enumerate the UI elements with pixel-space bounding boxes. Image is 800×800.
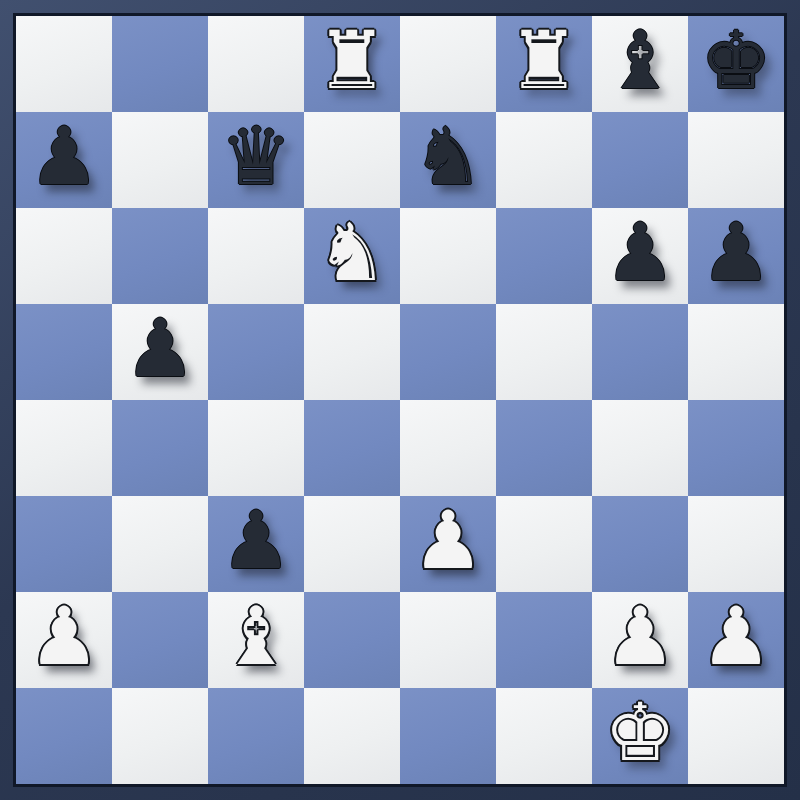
piece-white-pawn[interactable]: ♟ [688,592,784,688]
square-a8[interactable] [16,16,112,112]
square-c5[interactable] [208,304,304,400]
square-e3[interactable]: ♟ [400,496,496,592]
square-f6[interactable] [496,208,592,304]
square-c8[interactable] [208,16,304,112]
square-a3[interactable] [16,496,112,592]
square-b3[interactable] [112,496,208,592]
square-b8[interactable] [112,16,208,112]
piece-white-pawn[interactable]: ♟ [16,592,112,688]
square-g5[interactable] [592,304,688,400]
square-f1[interactable] [496,688,592,784]
square-d3[interactable] [304,496,400,592]
square-c6[interactable] [208,208,304,304]
square-h6[interactable]: ♟ [688,208,784,304]
square-b6[interactable] [112,208,208,304]
square-d5[interactable] [304,304,400,400]
board-frame: ♜♜♝♚♟♛♞♞♟♟♟♟♟♟♝♟♟♚ [0,0,800,800]
piece-white-rook[interactable]: ♜ [496,16,592,112]
square-h3[interactable] [688,496,784,592]
square-g7[interactable] [592,112,688,208]
square-c4[interactable] [208,400,304,496]
square-e4[interactable] [400,400,496,496]
square-f4[interactable] [496,400,592,496]
piece-black-pawn[interactable]: ♟ [112,304,208,400]
square-g2[interactable]: ♟ [592,592,688,688]
square-g6[interactable]: ♟ [592,208,688,304]
square-d8[interactable]: ♜ [304,16,400,112]
square-e8[interactable] [400,16,496,112]
piece-white-king[interactable]: ♚ [592,688,688,784]
square-h5[interactable] [688,304,784,400]
square-h4[interactable] [688,400,784,496]
piece-white-knight[interactable]: ♞ [304,208,400,304]
piece-white-rook[interactable]: ♜ [304,16,400,112]
square-d1[interactable] [304,688,400,784]
square-a1[interactable] [16,688,112,784]
piece-white-pawn[interactable]: ♟ [592,592,688,688]
square-b4[interactable] [112,400,208,496]
square-d4[interactable] [304,400,400,496]
square-c3[interactable]: ♟ [208,496,304,592]
square-e1[interactable] [400,688,496,784]
piece-black-queen[interactable]: ♛ [208,112,304,208]
square-b1[interactable] [112,688,208,784]
square-g4[interactable] [592,400,688,496]
square-d7[interactable] [304,112,400,208]
piece-black-pawn[interactable]: ♟ [592,208,688,304]
square-h7[interactable] [688,112,784,208]
square-c2[interactable]: ♝ [208,592,304,688]
square-a7[interactable]: ♟ [16,112,112,208]
square-g1[interactable]: ♚ [592,688,688,784]
square-f2[interactable] [496,592,592,688]
square-b7[interactable] [112,112,208,208]
square-h1[interactable] [688,688,784,784]
piece-white-bishop[interactable]: ♝ [208,592,304,688]
square-a4[interactable] [16,400,112,496]
piece-black-pawn[interactable]: ♟ [688,208,784,304]
chess-board: ♜♜♝♚♟♛♞♞♟♟♟♟♟♟♝♟♟♚ [16,16,784,784]
square-f3[interactable] [496,496,592,592]
square-b5[interactable]: ♟ [112,304,208,400]
square-h8[interactable]: ♚ [688,16,784,112]
square-c7[interactable]: ♛ [208,112,304,208]
square-b2[interactable] [112,592,208,688]
square-a2[interactable]: ♟ [16,592,112,688]
square-c1[interactable] [208,688,304,784]
square-a6[interactable] [16,208,112,304]
square-g8[interactable]: ♝ [592,16,688,112]
square-d2[interactable] [304,592,400,688]
square-e2[interactable] [400,592,496,688]
square-g3[interactable] [592,496,688,592]
piece-black-bishop[interactable]: ♝ [592,16,688,112]
square-e7[interactable]: ♞ [400,112,496,208]
square-d6[interactable]: ♞ [304,208,400,304]
piece-black-knight[interactable]: ♞ [400,112,496,208]
square-e6[interactable] [400,208,496,304]
square-f5[interactable] [496,304,592,400]
piece-black-king[interactable]: ♚ [688,16,784,112]
piece-black-pawn[interactable]: ♟ [208,496,304,592]
square-a5[interactable] [16,304,112,400]
piece-black-pawn[interactable]: ♟ [16,112,112,208]
piece-white-pawn[interactable]: ♟ [400,496,496,592]
square-f8[interactable]: ♜ [496,16,592,112]
square-f7[interactable] [496,112,592,208]
square-h2[interactable]: ♟ [688,592,784,688]
square-e5[interactable] [400,304,496,400]
